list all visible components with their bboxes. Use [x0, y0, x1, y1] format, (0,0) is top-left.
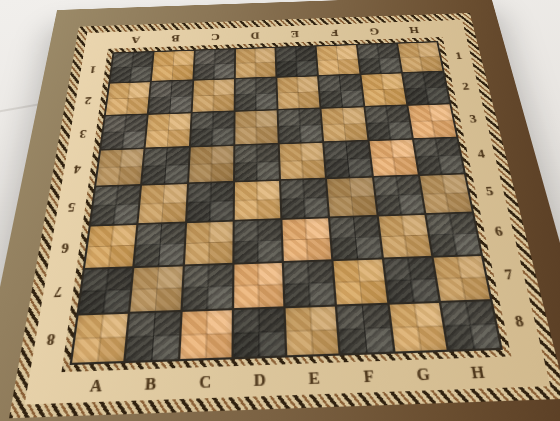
rank-label: 1 — [78, 54, 107, 85]
square-g8[interactable] — [389, 303, 446, 352]
square-g3[interactable] — [365, 105, 412, 139]
file-label: B — [122, 368, 179, 401]
square-h4[interactable] — [414, 138, 464, 174]
square-h6[interactable] — [426, 213, 480, 255]
rank-label: 5 — [55, 187, 89, 227]
square-a1[interactable] — [110, 52, 153, 82]
square-g1[interactable] — [357, 44, 400, 74]
chessboard: ABCDEFGH ABCDEFGH 12345678 12345678 — [0, 0, 560, 421]
file-label: G — [394, 359, 453, 392]
square-g4[interactable] — [369, 140, 417, 176]
square-d3[interactable] — [235, 110, 278, 144]
square-f6[interactable] — [330, 217, 381, 259]
square-d8[interactable] — [233, 308, 284, 357]
square-b3[interactable] — [146, 113, 190, 147]
square-a5[interactable] — [91, 186, 140, 225]
square-f3[interactable] — [322, 107, 367, 141]
square-e5[interactable] — [281, 179, 328, 218]
square-c2[interactable] — [192, 79, 234, 111]
file-label: F — [314, 24, 355, 42]
square-h5[interactable] — [420, 174, 472, 213]
square-b2[interactable] — [149, 81, 192, 113]
square-d2[interactable] — [235, 78, 276, 110]
square-b4[interactable] — [142, 147, 188, 184]
file-label: H — [448, 357, 508, 390]
file-label: A — [67, 370, 125, 403]
square-d6[interactable] — [234, 220, 282, 262]
square-e6[interactable] — [282, 218, 331, 260]
file-label: C — [177, 366, 232, 399]
rank-label: 1 — [444, 41, 475, 72]
square-e4[interactable] — [280, 143, 325, 179]
file-label: E — [275, 25, 316, 43]
square-d7[interactable] — [234, 262, 283, 307]
board-grid — [72, 42, 500, 362]
coordinate-band: ABCDEFGH ABCDEFGH 12345678 12345678 — [25, 20, 551, 405]
file-label: H — [393, 21, 436, 39]
board-edge-line — [69, 41, 502, 365]
square-f8[interactable] — [337, 305, 392, 354]
file-label: G — [353, 22, 395, 40]
square-d1[interactable] — [236, 48, 276, 78]
outer-frame: ABCDEFGH ABCDEFGH 12345678 12345678 — [0, 0, 560, 421]
file-label: A — [115, 31, 157, 49]
square-c6[interactable] — [184, 222, 232, 264]
square-b8[interactable] — [126, 312, 180, 361]
square-a2[interactable] — [106, 82, 150, 114]
square-f1[interactable] — [317, 45, 359, 75]
square-e3[interactable] — [278, 109, 322, 143]
rank-label: 2 — [73, 84, 103, 117]
file-label: E — [286, 362, 342, 395]
rank-label: 4 — [61, 150, 93, 188]
square-h1[interactable] — [398, 42, 443, 72]
square-g6[interactable] — [378, 215, 430, 257]
square-f2[interactable] — [319, 75, 363, 107]
file-label: C — [195, 28, 235, 46]
square-f5[interactable] — [327, 178, 376, 217]
square-h8[interactable] — [441, 301, 500, 350]
square-a6[interactable] — [85, 225, 136, 267]
square-f4[interactable] — [324, 141, 371, 177]
square-h3[interactable] — [408, 104, 456, 138]
square-g2[interactable] — [361, 74, 406, 106]
file-label: D — [235, 26, 275, 44]
square-f7[interactable] — [334, 259, 387, 304]
square-d5[interactable] — [234, 181, 280, 220]
square-e8[interactable] — [286, 306, 339, 355]
square-c7[interactable] — [182, 264, 232, 309]
rope-inlay-outer: ABCDEFGH ABCDEFGH 12345678 12345678 — [9, 13, 560, 418]
square-a7[interactable] — [79, 268, 133, 314]
square-e1[interactable] — [276, 47, 317, 77]
square-g5[interactable] — [374, 176, 424, 215]
file-label: D — [232, 364, 287, 397]
square-a3[interactable] — [101, 115, 147, 149]
square-b7[interactable] — [131, 266, 183, 311]
file-label: F — [340, 360, 398, 393]
rope-inlay-inner — [62, 37, 512, 372]
square-e2[interactable] — [277, 77, 319, 109]
square-b6[interactable] — [135, 224, 185, 266]
square-d4[interactable] — [235, 144, 279, 181]
rank-label: 3 — [67, 116, 98, 151]
file-label: B — [155, 29, 196, 47]
square-h7[interactable] — [433, 256, 490, 301]
square-h2[interactable] — [403, 72, 449, 104]
photo-stage: ABCDEFGH ABCDEFGH 12345678 12345678 — [0, 0, 560, 421]
square-a8[interactable] — [72, 314, 128, 363]
square-e7[interactable] — [284, 261, 335, 306]
square-a4[interactable] — [96, 149, 144, 186]
square-c8[interactable] — [180, 310, 232, 359]
square-c1[interactable] — [194, 49, 234, 79]
rank-label: 2 — [450, 71, 482, 103]
square-b1[interactable] — [152, 51, 193, 81]
square-c3[interactable] — [190, 112, 233, 146]
square-g7[interactable] — [384, 257, 439, 302]
square-c4[interactable] — [189, 146, 234, 183]
square-c5[interactable] — [187, 182, 233, 221]
square-b5[interactable] — [139, 184, 187, 223]
